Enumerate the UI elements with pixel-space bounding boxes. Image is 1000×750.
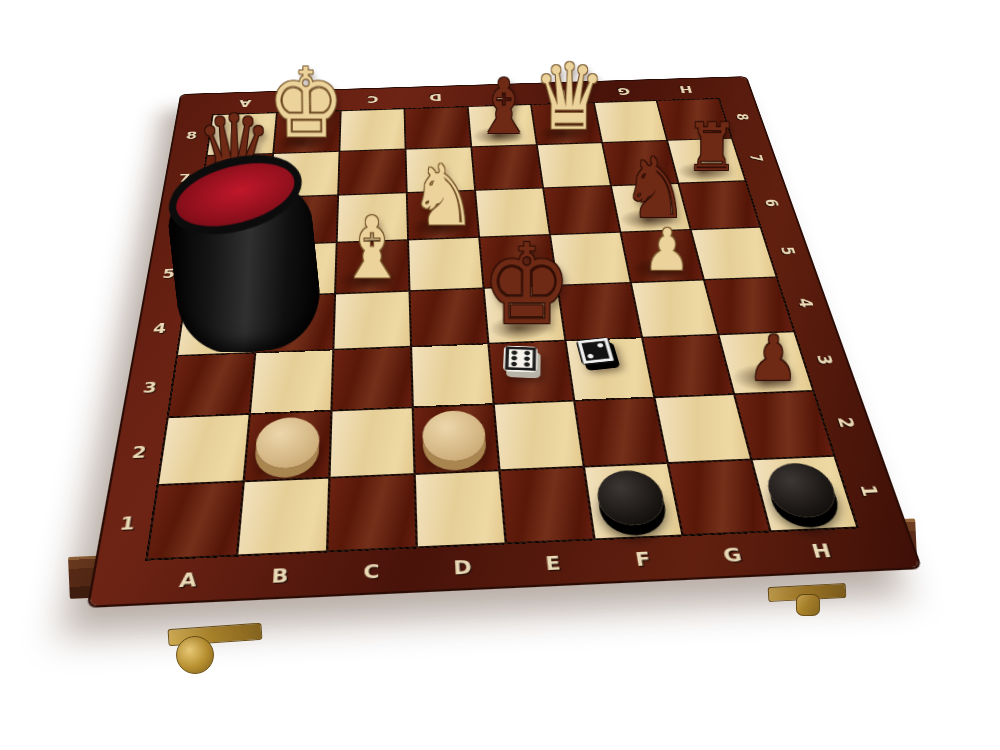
- dark-checker-h1[interactable]: [762, 462, 842, 519]
- square-c1[interactable]: [328, 475, 415, 550]
- square-b3[interactable]: [251, 350, 332, 413]
- filesbottom-label-C: C: [325, 552, 417, 591]
- square-e8[interactable]: ♝: [469, 105, 536, 146]
- ranksleft-label-1: 1: [101, 486, 153, 563]
- square-a3[interactable]: [169, 353, 254, 416]
- square-f1[interactable]: [585, 464, 681, 538]
- square-d4[interactable]: [411, 289, 488, 346]
- square-h2[interactable]: [735, 392, 833, 459]
- square-c5[interactable]: ♝: [336, 240, 408, 292]
- dark-checker-f1[interactable]: [594, 469, 669, 526]
- square-d5[interactable]: [409, 238, 482, 290]
- black-bishop-e8[interactable]: ♝: [474, 71, 535, 143]
- square-c2[interactable]: [331, 408, 414, 476]
- square-e7[interactable]: [472, 145, 542, 189]
- ranksleft-label-2: 2: [114, 418, 163, 488]
- square-h6[interactable]: [679, 182, 759, 229]
- square-f2[interactable]: [575, 398, 666, 465]
- square-h3[interactable]: ♟: [720, 332, 813, 393]
- square-f8[interactable]: ♛: [532, 103, 601, 144]
- black-die-f3[interactable]: ⚁: [576, 337, 616, 366]
- white-bishop-c5[interactable]: ♝: [338, 208, 407, 288]
- square-g1[interactable]: [669, 460, 769, 534]
- square-g3[interactable]: [643, 335, 733, 396]
- square-c8[interactable]: [340, 109, 404, 150]
- black-king-e4[interactable]: ♚: [482, 233, 572, 339]
- square-e2[interactable]: [495, 402, 583, 470]
- dice-cup[interactable]: [164, 168, 326, 360]
- square-g4[interactable]: [632, 281, 717, 337]
- square-h1[interactable]: [753, 457, 856, 530]
- square-c7[interactable]: [339, 150, 406, 195]
- black-pawn-h3[interactable]: ♟: [747, 329, 799, 388]
- light-checker-b2[interactable]: [254, 416, 320, 469]
- square-d6[interactable]: ♞: [408, 191, 478, 239]
- square-c3[interactable]: [333, 347, 412, 409]
- square-e4[interactable]: ♚: [485, 286, 565, 343]
- square-h5[interactable]: [692, 228, 776, 279]
- filesbottom-label-F: F: [595, 539, 691, 577]
- board-scene: ABCDEFGH ABCDEFGH 87654321 87654321 ♚♝♛♛…: [89, 77, 919, 605]
- square-d8[interactable]: [405, 107, 470, 148]
- filesbottom-label-D: D: [417, 548, 510, 586]
- ranksleft-label-4: 4: [137, 299, 181, 357]
- filestop-label-D: D: [404, 89, 468, 107]
- square-e1[interactable]: [501, 468, 593, 543]
- square-d1[interactable]: [416, 471, 505, 546]
- square-b2[interactable]: [245, 412, 330, 481]
- square-g2[interactable]: [656, 395, 750, 462]
- square-e3[interactable]: ⚅: [490, 341, 573, 403]
- white-pawn-g5[interactable]: ♟: [643, 223, 690, 278]
- ranksleft-label-3: 3: [126, 356, 172, 419]
- filestop-label-C: C: [340, 91, 404, 109]
- white-queen-f8[interactable]: ♛: [533, 54, 607, 141]
- square-f3[interactable]: ⚁: [567, 338, 654, 399]
- filestop-label-H: H: [652, 81, 719, 99]
- photo-stage: ABCDEFGH ABCDEFGH 87654321 87654321 ♚♝♛♛…: [0, 0, 1000, 750]
- brass-hinge-left-knob: [176, 636, 214, 674]
- brass-clasp-right-knob: [796, 594, 820, 616]
- square-d2[interactable]: [414, 405, 498, 473]
- white-die-e3[interactable]: ⚅: [503, 346, 538, 373]
- square-d3[interactable]: [412, 344, 492, 406]
- square-c4[interactable]: [334, 292, 410, 349]
- square-a1[interactable]: [148, 482, 243, 558]
- filesbottom-label-B: B: [233, 556, 327, 595]
- filesbottom-label-A: A: [139, 560, 235, 599]
- white-king-b8[interactable]: ♚: [267, 58, 345, 149]
- filesbottom-label-E: E: [506, 543, 600, 581]
- square-a2[interactable]: [159, 415, 249, 484]
- square-b8[interactable]: ♚: [274, 111, 340, 153]
- black-rook-h7[interactable]: ♜: [685, 117, 738, 179]
- chess-board: ABCDEFGH ABCDEFGH 87654321 87654321 ♚♝♛♛…: [89, 77, 919, 605]
- white-knight-d6[interactable]: ♞: [410, 156, 477, 235]
- square-b1[interactable]: [238, 479, 328, 555]
- filesbottom-label-G: G: [684, 535, 781, 573]
- light-checker-d2[interactable]: [422, 410, 487, 463]
- square-g5[interactable]: ♟: [622, 230, 703, 282]
- square-f7[interactable]: [538, 143, 610, 187]
- filesbottom-label-H: H: [772, 531, 871, 569]
